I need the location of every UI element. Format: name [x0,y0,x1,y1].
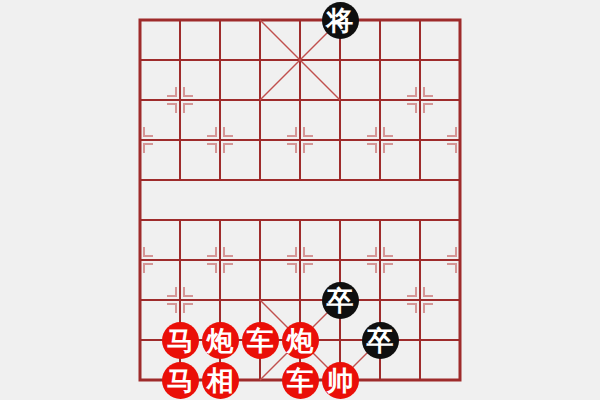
board-point[interactable] [440,40,480,80]
board-point[interactable] [440,360,480,400]
piece-red-cannon[interactable]: 炮 [202,322,239,359]
board-point[interactable] [240,80,280,120]
board-point[interactable] [440,120,480,160]
board-point[interactable] [320,40,360,80]
board-point[interactable] [120,0,160,40]
board-point[interactable] [400,160,440,200]
board-point[interactable] [400,0,440,40]
board-point-grid: 将卒马炮车炮卒马相车帅 [120,0,480,400]
board-point[interactable] [320,120,360,160]
board-point[interactable] [240,0,280,40]
board-point[interactable] [160,280,200,320]
board-point[interactable] [440,240,480,280]
piece-red-general[interactable]: 帅 [322,362,359,399]
board-point[interactable] [400,80,440,120]
board-point[interactable] [360,280,400,320]
board-point[interactable] [280,280,320,320]
board-point[interactable] [120,200,160,240]
board-point[interactable] [240,360,280,400]
board-point[interactable] [120,280,160,320]
board-point[interactable] [440,0,480,40]
board-point[interactable] [200,120,240,160]
piece-black-general[interactable]: 将 [322,2,359,39]
piece-red-horse[interactable]: 马 [162,362,199,399]
board-point[interactable] [320,200,360,240]
board-point[interactable] [400,280,440,320]
board-point[interactable] [200,240,240,280]
board-point[interactable] [120,160,160,200]
piece-black-soldier[interactable]: 卒 [322,282,359,319]
board-point[interactable]: 马 [160,360,200,400]
piece-red-chariot[interactable]: 车 [282,362,319,399]
board-point[interactable] [120,40,160,80]
board-point[interactable] [120,80,160,120]
board-point[interactable] [360,80,400,120]
board-point[interactable] [360,0,400,40]
board-point[interactable] [360,240,400,280]
board-point[interactable]: 帅 [320,360,360,400]
piece-black-soldier[interactable]: 卒 [362,322,399,359]
board-point[interactable]: 车 [280,360,320,400]
board-point[interactable] [200,160,240,200]
xiangqi-board: 将卒马炮车炮卒马相车帅 [0,0,600,400]
board-point[interactable] [240,240,280,280]
board-point[interactable] [160,200,200,240]
board-point[interactable] [200,0,240,40]
board-point[interactable] [120,120,160,160]
board-point[interactable] [240,280,280,320]
board-point[interactable] [360,360,400,400]
board-point[interactable] [160,160,200,200]
board-point[interactable] [400,200,440,240]
board-point[interactable] [400,240,440,280]
board-point[interactable] [160,240,200,280]
board-point[interactable] [400,40,440,80]
board-point[interactable] [280,200,320,240]
board-point[interactable] [280,120,320,160]
board-point[interactable]: 相 [200,360,240,400]
board-point[interactable] [240,160,280,200]
board-point[interactable] [320,320,360,360]
board-point[interactable] [280,240,320,280]
board-point[interactable] [240,120,280,160]
board-point[interactable] [240,200,280,240]
board-point[interactable] [280,80,320,120]
board-point[interactable] [160,40,200,80]
board-point[interactable]: 卒 [320,280,360,320]
board-point[interactable] [320,240,360,280]
board-point[interactable] [440,280,480,320]
board-point[interactable] [400,320,440,360]
board-point[interactable] [120,320,160,360]
board-point[interactable] [440,160,480,200]
board-point[interactable] [360,200,400,240]
piece-red-cannon[interactable]: 炮 [282,322,319,359]
board-point[interactable] [360,120,400,160]
board-point[interactable] [440,320,480,360]
board-point[interactable] [360,160,400,200]
board-point[interactable] [440,80,480,120]
board-point[interactable] [160,80,200,120]
board-point[interactable] [280,40,320,80]
board-point[interactable] [160,120,200,160]
board-point[interactable] [240,40,280,80]
board-point[interactable]: 炮 [280,320,320,360]
board-point[interactable] [280,160,320,200]
board-point[interactable] [320,80,360,120]
board-point[interactable]: 车 [240,320,280,360]
board-point[interactable]: 卒 [360,320,400,360]
piece-red-horse[interactable]: 马 [162,322,199,359]
board-point[interactable] [200,280,240,320]
board-point[interactable] [360,40,400,80]
board-point[interactable] [280,0,320,40]
board-point[interactable] [120,360,160,400]
board-point[interactable] [160,0,200,40]
board-point[interactable] [440,200,480,240]
board-point[interactable]: 将 [320,0,360,40]
board-point[interactable] [400,360,440,400]
piece-red-chariot[interactable]: 车 [242,322,279,359]
piece-red-elephant[interactable]: 相 [202,362,239,399]
board-point[interactable] [400,120,440,160]
board-point[interactable] [320,160,360,200]
board-point[interactable] [200,200,240,240]
board-point[interactable] [200,80,240,120]
board-point[interactable] [120,240,160,280]
board-point[interactable]: 马 [160,320,200,360]
board-point[interactable]: 炮 [200,320,240,360]
board-point[interactable] [200,40,240,80]
